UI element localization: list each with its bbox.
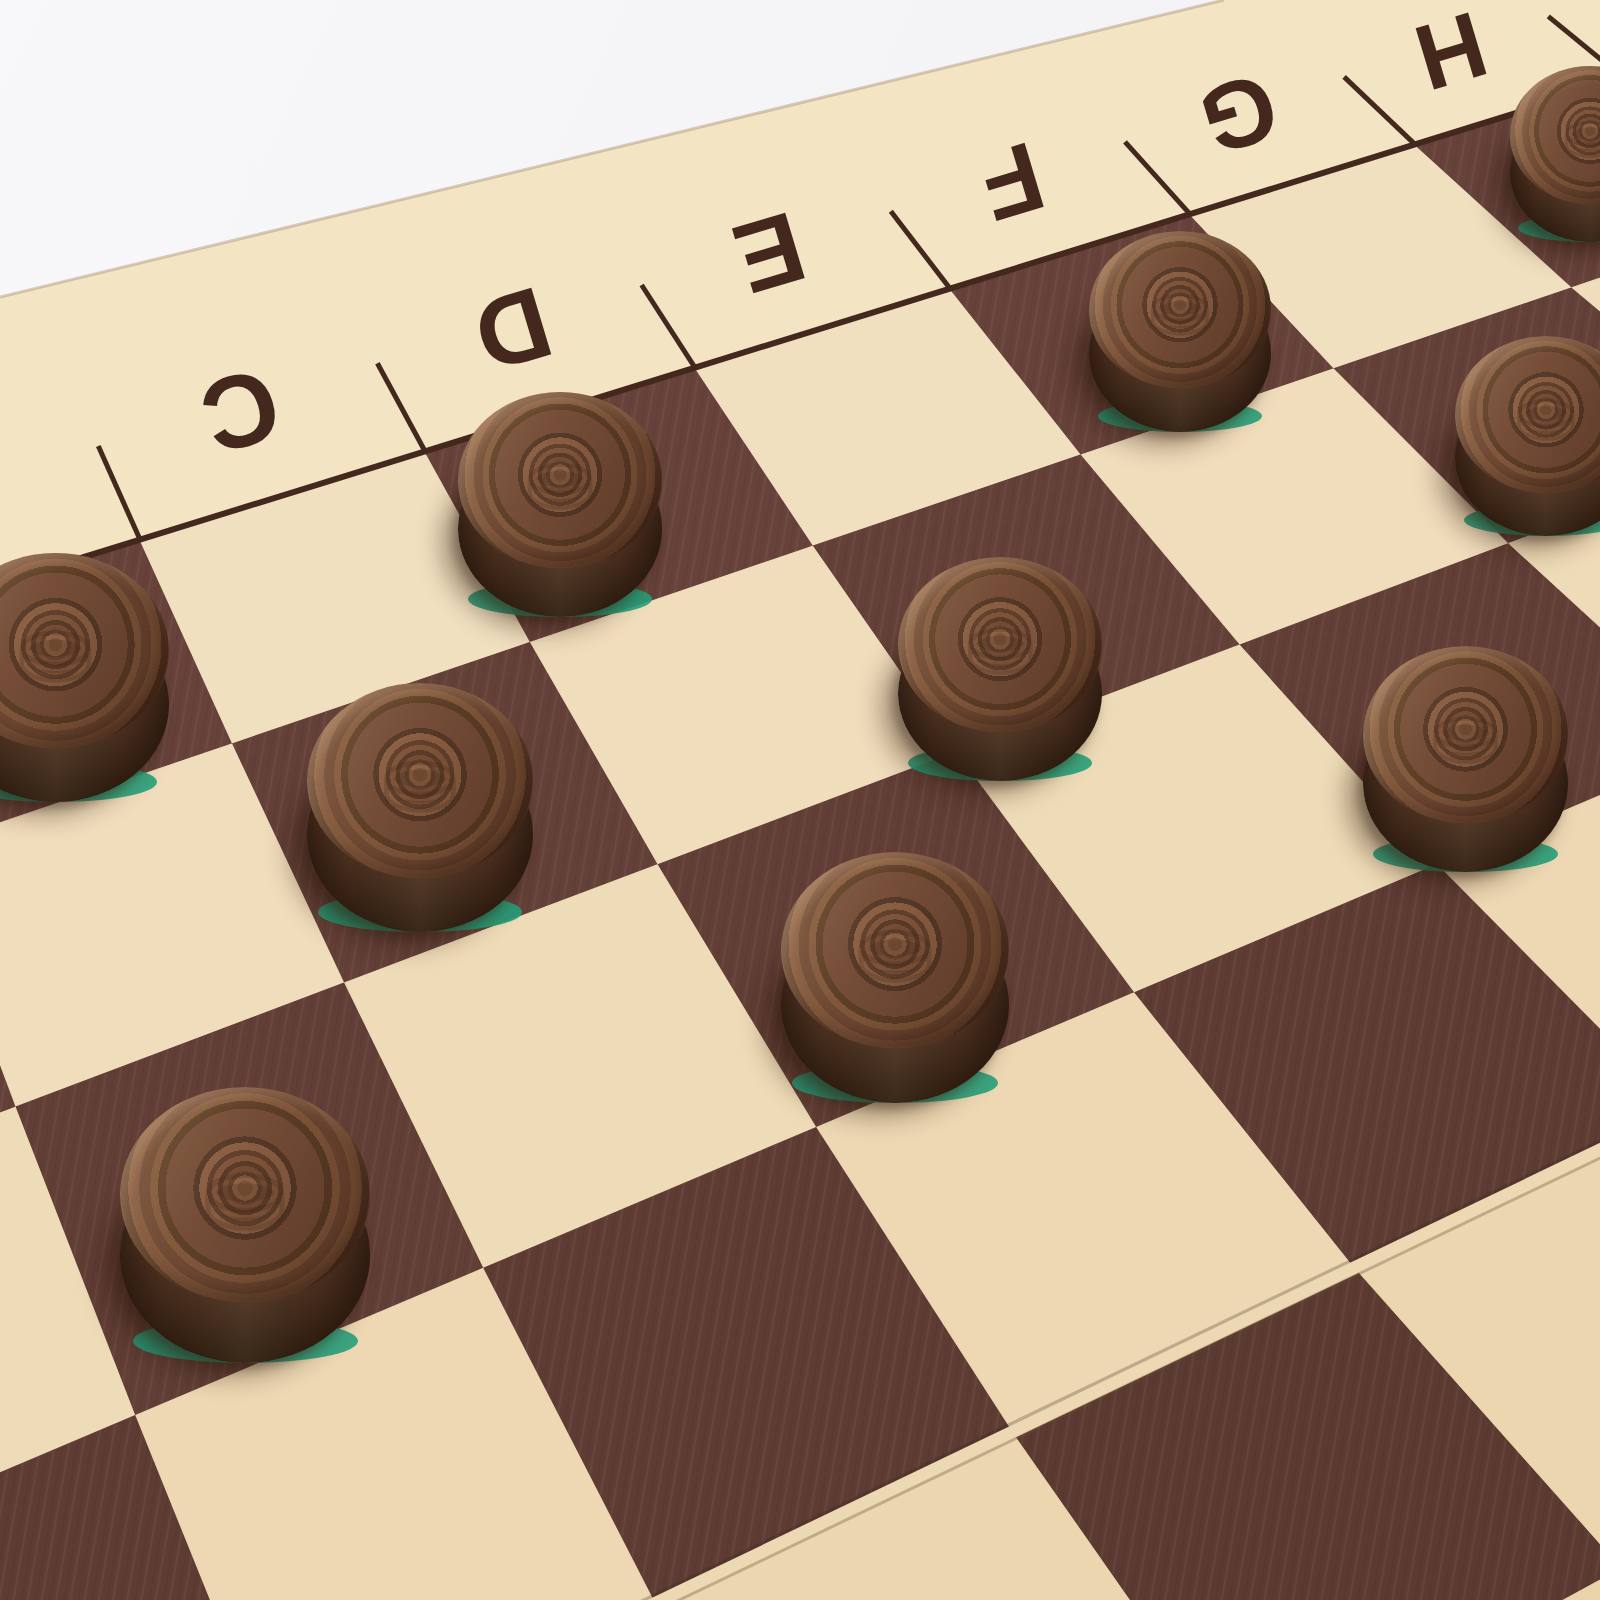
checkers-board: CDEFGH bbox=[0, 0, 1600, 1600]
checkers-board-photo: CDEFGH ⛂⛂⛂⛂⛂⛂⛂⛂⛂⛂ bbox=[0, 0, 1600, 1600]
